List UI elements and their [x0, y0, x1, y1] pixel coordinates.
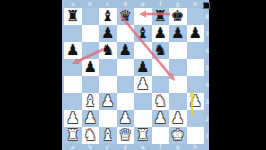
rank-label-5: 5 — [205, 59, 211, 76]
file-label-h: h — [187, 0, 205, 8]
file-label-c: c — [99, 143, 117, 150]
file-label-e: e — [134, 0, 152, 8]
file-label-h: h — [187, 143, 205, 150]
rank-label-4: 4 — [205, 76, 211, 93]
file-label-e: e — [134, 143, 152, 150]
file-label-a: a — [64, 143, 82, 150]
screenshot-canvas: abcdefgh ♜♝♛♜♚♟♝♟♟♟♟♞♟♞♟♟♟♝♟♞♟♟♟♟♟♟♜♞♝♛♜… — [0, 0, 266, 150]
arrow-pawn-h2-h3 — [189, 90, 196, 116]
rank-label-6: 6 — [205, 42, 211, 59]
rank-labels-right: 87654321 — [205, 8, 211, 144]
rank-label-1: 1 — [205, 127, 211, 144]
rank-label-3: 3 — [205, 93, 211, 110]
file-label-b: b — [82, 143, 100, 150]
black-to-move-indicator — [203, 2, 210, 9]
annotation-arrows-over-layer — [64, 8, 204, 144]
chess-board: abcdefgh ♜♝♛♜♚♟♝♟♟♟♟♞♟♞♟♟♟♝♟♞♟♟♟♟♟♟♜♞♝♛♜… — [62, 0, 209, 150]
file-label-f: f — [152, 143, 170, 150]
rank-label-8: 8 — [205, 8, 211, 25]
file-label-g: g — [169, 143, 187, 150]
file-label-d: d — [117, 143, 135, 150]
file-labels-bottom: abcdefgh — [64, 143, 204, 150]
file-label-b: b — [82, 0, 100, 8]
rank-label-2: 2 — [205, 110, 211, 127]
rank-label-7: 7 — [205, 25, 211, 42]
